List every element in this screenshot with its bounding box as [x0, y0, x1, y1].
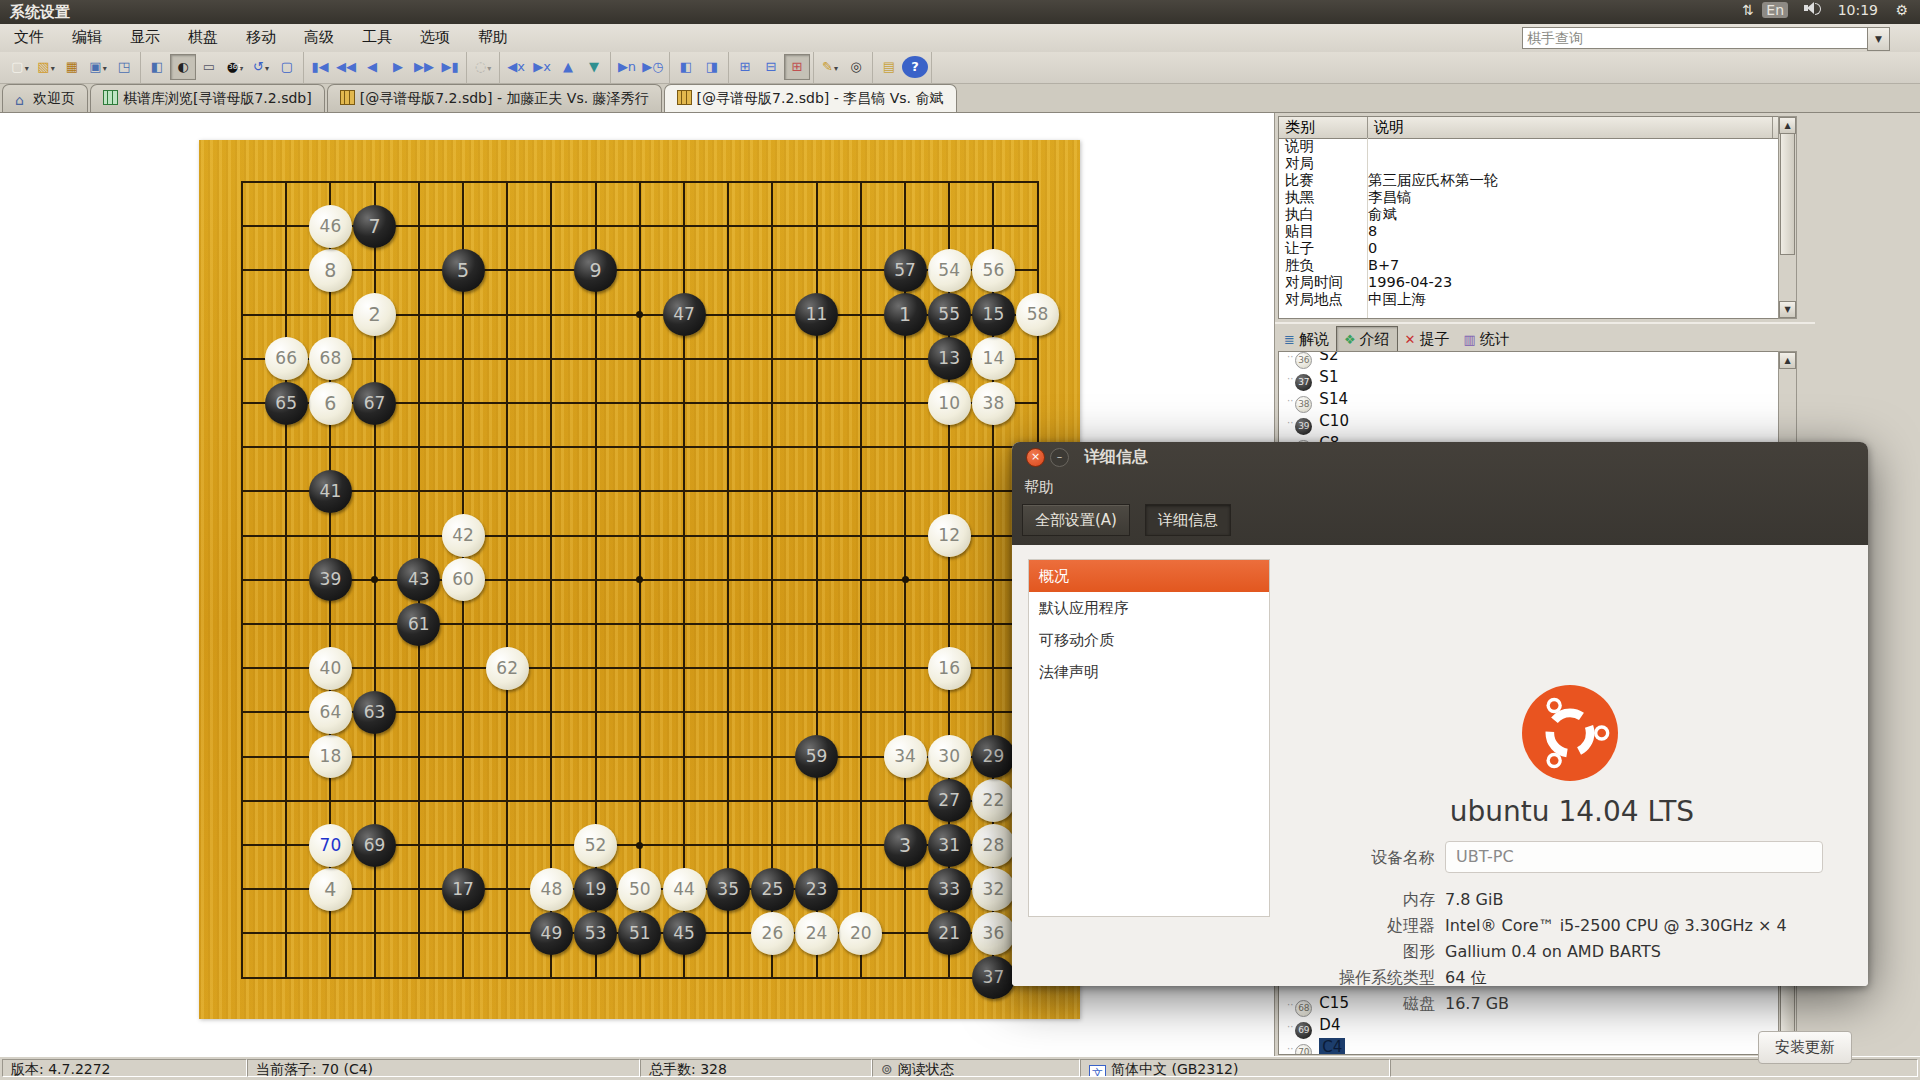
- stone-white-66-B15[interactable]: 66: [265, 337, 308, 380]
- clock[interactable]: 10:19: [1838, 2, 1878, 18]
- stone-white-10-R14[interactable]: 10: [928, 382, 971, 425]
- stone-black-29-S6[interactable]: 29: [972, 735, 1015, 778]
- stone-black-39-C10[interactable]: 39: [309, 558, 352, 601]
- stone-black-43-E10[interactable]: 43: [397, 558, 440, 601]
- status-encoding: 文简体中文 (GB2312): [1080, 1059, 1390, 1077]
- stone-white-58-T16[interactable]: 58: [1016, 293, 1059, 336]
- stone-black-41-C12[interactable]: 41: [309, 470, 352, 513]
- stone-white-42-F11[interactable]: 42: [442, 514, 485, 557]
- new-file-button[interactable]: ▢▾: [7, 54, 33, 80]
- stone-white-20-P2[interactable]: 20: [839, 912, 882, 955]
- stone-white-6-C14[interactable]: 6: [309, 382, 352, 425]
- menu-5[interactable]: 高级: [290, 24, 348, 51]
- scroll-up-icon[interactable]: ▲: [1779, 117, 1796, 134]
- tab-2[interactable]: [@寻谱母版7.2.sdb] - 加藤正夫 Vs. 藤泽秀行: [327, 84, 662, 112]
- export-button[interactable]: ◳: [111, 54, 137, 80]
- auto-play-button[interactable]: ▶◷: [640, 54, 666, 80]
- stone-white-40-C8[interactable]: 40: [309, 647, 352, 690]
- stone-black-55-R16[interactable]: 55: [928, 293, 971, 336]
- desktop: 系统设置 ⇅ En 10:19 ⚙ 文件编辑显示棋盘移动高级工具选项帮助 棋手查…: [0, 0, 1920, 1080]
- stone-black-13-R15[interactable]: 13: [928, 337, 971, 380]
- info-row-6[interactable]: 让子0: [1279, 240, 1779, 257]
- field-value-1: Intel® Core™ i5-2500 CPU @ 3.30GHz × 4: [1445, 916, 1787, 935]
- all-settings-button[interactable]: 全部设置(A): [1022, 504, 1130, 536]
- stone-black-3-Q4[interactable]: 3: [884, 824, 927, 867]
- stone-white-32-S3[interactable]: 32: [972, 868, 1015, 911]
- field-label-1: 处理器: [1387, 916, 1435, 937]
- stone-white-46-C18[interactable]: 46: [309, 205, 352, 248]
- stone-black-37-S1[interactable]: 37: [972, 956, 1015, 999]
- stone-white-44-L3[interactable]: 44: [663, 868, 706, 911]
- field-value-0: 7.8 GiB: [1445, 890, 1503, 909]
- menu-6[interactable]: 工具: [348, 24, 406, 51]
- nav-back-button[interactable]: ◀: [359, 54, 385, 80]
- stone-white-14-S15[interactable]: 14: [972, 337, 1015, 380]
- move-item-38[interactable]: ··38S14: [1287, 388, 1348, 410]
- stone-white-4-C3[interactable]: 4: [309, 868, 352, 911]
- player-search-dropdown-icon[interactable]: ▼: [1867, 27, 1890, 51]
- pane-prev-button[interactable]: ◧: [673, 54, 699, 80]
- info-row-4[interactable]: 执白俞斌: [1279, 206, 1779, 223]
- field-label-4: 磁盘: [1403, 994, 1435, 1015]
- home-icon: ⌂: [15, 94, 28, 107]
- stone-white-12-R11[interactable]: 12: [928, 514, 971, 557]
- tab-0[interactable]: ⌂欢迎页: [2, 84, 88, 112]
- sidebar-item-0[interactable]: 概况: [1029, 560, 1269, 592]
- variation-up-button[interactable]: ▲: [555, 54, 581, 80]
- toolbar: ▢▾▧▾▦▣▾◳◧◐▭●361▾↺▾▢▮◀◀◀◀▶▶▶▶▮◌▾◀x▶x▲▼▶n▶…: [0, 52, 1920, 84]
- stone-black-45-L2[interactable]: 45: [663, 912, 706, 955]
- stone-black-15-S16[interactable]: 15: [972, 293, 1015, 336]
- window-menu-help[interactable]: 帮助: [1024, 478, 1054, 497]
- nav-last-button[interactable]: ▶▮: [437, 54, 463, 80]
- system-details-window: × – 详细信息 帮助 全部设置(A) 详细信息 概况默认应用程序可移动介质法律…: [1012, 442, 1868, 986]
- stone-white-64-C7[interactable]: 64: [309, 691, 352, 734]
- stone-black-27-R5[interactable]: 27: [928, 779, 971, 822]
- panel-tab-icon-2: ✕: [1405, 332, 1416, 347]
- stone-black-57-Q17[interactable]: 57: [884, 249, 927, 292]
- status-current-move: 当前落子: 70 (C4): [247, 1059, 640, 1077]
- hand-tool-button[interactable]: ◌▾: [470, 54, 496, 80]
- move-item-36[interactable]: ··36S2: [1287, 351, 1338, 366]
- move-item-68[interactable]: ··68C15: [1287, 992, 1349, 1014]
- stone-black-65-B14[interactable]: 65: [265, 382, 308, 425]
- menu-8[interactable]: 帮助: [464, 24, 522, 51]
- info-panel-tabs: ≣解说❖介绍✕提子▥统计: [1275, 322, 1815, 351]
- info-row-8[interactable]: 对局时间1996-04-23: [1279, 274, 1779, 291]
- sidebar-item-1[interactable]: 默认应用程序: [1029, 592, 1269, 624]
- stone-black-63-D7[interactable]: 63: [353, 691, 396, 734]
- assistant-button[interactable]: ✎▾: [817, 54, 843, 80]
- stone-black-49-H2[interactable]: 49: [530, 912, 573, 955]
- scroll-up-icon[interactable]: ▲: [1779, 352, 1796, 369]
- info-row-0[interactable]: 说明: [1279, 138, 1779, 155]
- player-search-input[interactable]: 棋手查询: [1522, 27, 1868, 49]
- stone-white-68-C15[interactable]: 68: [309, 337, 352, 380]
- status-version: 版本: 4.7.2272: [2, 1059, 247, 1077]
- scroll-down-icon[interactable]: ▼: [1779, 301, 1796, 318]
- variation-forward-button[interactable]: ▶x: [529, 54, 555, 80]
- stone-black-69-D4[interactable]: 69: [353, 824, 396, 867]
- move-item-39[interactable]: ··39C10: [1287, 410, 1349, 432]
- nav-forward-button[interactable]: ▶: [385, 54, 411, 80]
- stone-white-28-S4[interactable]: 28: [972, 824, 1015, 867]
- stone-white-22-S5[interactable]: 22: [972, 779, 1015, 822]
- variation-back-button[interactable]: ◀x: [503, 54, 529, 80]
- column-header-description[interactable]: 说明: [1368, 117, 1773, 138]
- stone-white-52-J4[interactable]: 52: [574, 824, 617, 867]
- save-button[interactable]: ▣▾: [85, 54, 111, 80]
- help-button[interactable]: ?: [902, 56, 928, 78]
- status-bar: 版本: 4.7.2272 当前落子: 70 (C4) 总手数: 328 ⊚阅读状…: [0, 1056, 1920, 1080]
- menu-items: 文件编辑显示棋盘移动高级工具选项帮助: [0, 27, 522, 46]
- nav-first-button[interactable]: ▮◀: [307, 54, 333, 80]
- view-monitor-button[interactable]: ◧: [144, 54, 170, 80]
- move-item-70[interactable]: ··70C4: [1287, 1036, 1345, 1055]
- stone-black-53-J2[interactable]: 53: [574, 912, 617, 955]
- board-icon: [340, 90, 355, 105]
- info-row-3[interactable]: 执黑李昌镐: [1279, 189, 1779, 206]
- keyboard-indicator[interactable]: En: [1762, 2, 1788, 18]
- go-board[interactable]: 1234567891011121314151617181920212223242…: [199, 140, 1080, 1019]
- stone-white-50-K3[interactable]: 50: [618, 868, 661, 911]
- stone-black-51-K2[interactable]: 51: [618, 912, 661, 955]
- panel-tab-icon-0: ≣: [1284, 332, 1295, 347]
- field-label-0: 内存: [1403, 890, 1435, 911]
- stone-display-button[interactable]: ◐: [170, 54, 196, 80]
- info-row-1[interactable]: 对局: [1279, 155, 1779, 172]
- stone-black-25-N3[interactable]: 25: [751, 868, 794, 911]
- frame-button[interactable]: ▢: [274, 54, 300, 80]
- stone-white-30-R6[interactable]: 30: [928, 735, 971, 778]
- move-stone-icon: 70: [1295, 1044, 1312, 1055]
- field-value-2: Gallium 0.4 on AMD BARTS: [1445, 942, 1661, 961]
- stone-black-11-O16[interactable]: 11: [795, 293, 838, 336]
- device-name-input[interactable]: UBT-PC: [1445, 841, 1823, 873]
- read-state-icon: ⊚: [881, 1060, 893, 1077]
- info-row-5[interactable]: 贴目8: [1279, 223, 1779, 240]
- stone-white-62-G8[interactable]: 62: [486, 647, 529, 690]
- menu-1[interactable]: 编辑: [58, 24, 116, 51]
- menu-7[interactable]: 选项: [406, 24, 464, 51]
- form-view-button[interactable]: ▤: [876, 54, 902, 80]
- info-row-9[interactable]: 对局地点中国上海: [1279, 291, 1779, 308]
- volume-icon[interactable]: [1804, 2, 1820, 14]
- column-header-category[interactable]: 类别: [1279, 117, 1368, 138]
- game-info-table: 类别说明 说明对局比赛第三届应氏杯第一轮执黑李昌镐执白俞斌贴目8让子0胜负B+7…: [1278, 116, 1780, 319]
- nav-fast-forward-button[interactable]: ▶▶: [411, 54, 437, 80]
- menu-bar: 文件编辑显示棋盘移动高级工具选项帮助 棋手查询 ▼: [0, 24, 1920, 53]
- new-board-button[interactable]: ▦: [59, 54, 85, 80]
- stone-black-1-Q16[interactable]: 1: [884, 293, 927, 336]
- stone-black-19-J3[interactable]: 19: [574, 868, 617, 911]
- stone-white-60-F10[interactable]: 60: [442, 558, 485, 601]
- menu-0[interactable]: 文件: [0, 24, 58, 51]
- zoom-tool-button[interactable]: ◎: [843, 54, 869, 80]
- minimize-icon[interactable]: –: [1050, 448, 1069, 467]
- settings-sidebar: 概况默认应用程序可移动介质法律声明: [1028, 559, 1270, 917]
- info-row-10[interactable]: [1279, 308, 1779, 319]
- close-icon[interactable]: ×: [1026, 448, 1045, 467]
- stone-black-67-D14[interactable]: 67: [353, 382, 396, 425]
- play-n-moves-button[interactable]: ▶n: [614, 54, 640, 80]
- stone-white-8-C17[interactable]: 8: [309, 249, 352, 292]
- rotate-button[interactable]: ↺▾: [248, 54, 274, 80]
- move-item-37[interactable]: ··37S1: [1287, 366, 1338, 388]
- details-breadcrumb-button[interactable]: 详细信息: [1145, 504, 1231, 536]
- tree-refresh-button[interactable]: ⊞: [784, 54, 810, 80]
- panel-tab-1[interactable]: ❖介绍: [1336, 326, 1398, 352]
- stone-white-56-S17[interactable]: 56: [972, 249, 1015, 292]
- count-361-button[interactable]: ●361▾: [222, 54, 248, 80]
- info-table-scrollbar[interactable]: ▲ ▼: [1778, 116, 1797, 319]
- language-icon: 文: [1089, 1065, 1106, 1077]
- stone-white-18-C6[interactable]: 18: [309, 735, 352, 778]
- stone-white-16-R8[interactable]: 16: [928, 647, 971, 690]
- stone-black-21-R2[interactable]: 21: [928, 912, 971, 955]
- stone-white-34-Q6[interactable]: 34: [884, 735, 927, 778]
- stone-black-5-F17[interactable]: 5: [442, 249, 485, 292]
- window-titlebar[interactable]: × – 详细信息: [1012, 442, 1868, 472]
- window-title: 详细信息: [1084, 447, 1148, 468]
- board-icon: [677, 90, 692, 105]
- document-tab-bar: ⌂欢迎页棋谱库浏览[寻谱母版7.2.sdb][@寻谱母版7.2.sdb] - 加…: [0, 84, 1920, 113]
- stone-white-26-N2[interactable]: 26: [751, 912, 794, 955]
- stone-black-7-D18[interactable]: 7: [353, 205, 396, 248]
- info-table-header: 类别说明: [1279, 117, 1779, 139]
- tab-3[interactable]: [@寻谱母版7.2.sdb] - 李昌镐 Vs. 俞斌: [664, 84, 957, 112]
- info-row-2[interactable]: 比赛第三届应氏杯第一轮: [1279, 172, 1779, 189]
- stone-white-38-S14[interactable]: 38: [972, 382, 1015, 425]
- panel-tab-2[interactable]: ✕提子: [1398, 327, 1457, 351]
- field-value-4: 16.7 GB: [1445, 994, 1509, 1013]
- field-label-2: 图形: [1403, 942, 1435, 963]
- stone-black-59-O6[interactable]: 59: [795, 735, 838, 778]
- stone-black-17-F3[interactable]: 17: [442, 868, 485, 911]
- stone-black-47-L16[interactable]: 47: [663, 293, 706, 336]
- stone-black-9-J17[interactable]: 9: [574, 249, 617, 292]
- field-label-3: 操作系统类型: [1339, 968, 1435, 989]
- variation-down-button[interactable]: ▼: [581, 54, 607, 80]
- sidebar-item-3[interactable]: 法律声明: [1029, 656, 1269, 688]
- stone-black-23-O3[interactable]: 23: [795, 868, 838, 911]
- tree-view-button[interactable]: ⊞: [732, 54, 758, 80]
- tab-1[interactable]: 棋谱库浏览[寻谱母版7.2.sdb]: [90, 84, 325, 112]
- stone-black-33-R3[interactable]: 33: [928, 868, 971, 911]
- stone-black-31-R4[interactable]: 31: [928, 824, 971, 867]
- stone-white-24-O2[interactable]: 24: [795, 912, 838, 955]
- sidebar-item-2[interactable]: 可移动介质: [1029, 624, 1269, 656]
- org-view-button[interactable]: ⊟: [758, 54, 784, 80]
- stone-black-61-E9[interactable]: 61: [397, 603, 440, 646]
- os-version-label: ubuntu 14.04 LTS: [1342, 795, 1802, 828]
- library-grid-icon: [103, 90, 118, 105]
- stone-white-48-H3[interactable]: 48: [530, 868, 573, 911]
- network-icon[interactable]: ⇅: [1742, 2, 1754, 18]
- device-name-label: 设备名称: [1371, 848, 1435, 869]
- status-total-moves: 总手数: 328: [640, 1059, 872, 1077]
- panel-title: 系统设置: [10, 3, 70, 22]
- panel-tab-3[interactable]: ▥统计: [1456, 327, 1516, 351]
- open-folder-button[interactable]: ▧▾: [33, 54, 59, 80]
- stone-black-35-M3[interactable]: 35: [707, 868, 750, 911]
- panel-tab-icon-3: ▥: [1463, 332, 1475, 347]
- ruler-button[interactable]: ▭: [196, 54, 222, 80]
- window-content: 概况默认应用程序可移动介质法律声明: [1012, 545, 1868, 986]
- pane-next-button[interactable]: ◨: [699, 54, 725, 80]
- ubuntu-logo-icon: [1522, 685, 1618, 781]
- nav-fast-back-button[interactable]: ◀◀: [333, 54, 359, 80]
- stone-white-2-D16[interactable]: 2: [353, 293, 396, 336]
- session-gear-icon[interactable]: ⚙: [1895, 2, 1908, 18]
- stone-white-36-S2[interactable]: 36: [972, 912, 1015, 955]
- install-updates-button[interactable]: 安装更新: [1758, 1031, 1852, 1064]
- menu-4[interactable]: 移动: [232, 24, 290, 51]
- panel-tab-0[interactable]: ≣解说: [1277, 327, 1336, 351]
- stone-white-70-C4[interactable]: 70: [309, 824, 352, 867]
- panel-tab-icon-1: ❖: [1344, 332, 1356, 347]
- top-panel: 系统设置 ⇅ En 10:19 ⚙: [0, 0, 1920, 24]
- menu-3[interactable]: 棋盘: [174, 24, 232, 51]
- menu-2[interactable]: 显示: [116, 24, 174, 51]
- field-value-3: 64 位: [1445, 968, 1486, 989]
- stone-white-54-R17[interactable]: 54: [928, 249, 971, 292]
- info-row-7[interactable]: 胜负B+7: [1279, 257, 1779, 274]
- status-read-state: ⊚阅读状态: [872, 1059, 1080, 1077]
- move-item-69[interactable]: ··69D4: [1287, 1014, 1340, 1036]
